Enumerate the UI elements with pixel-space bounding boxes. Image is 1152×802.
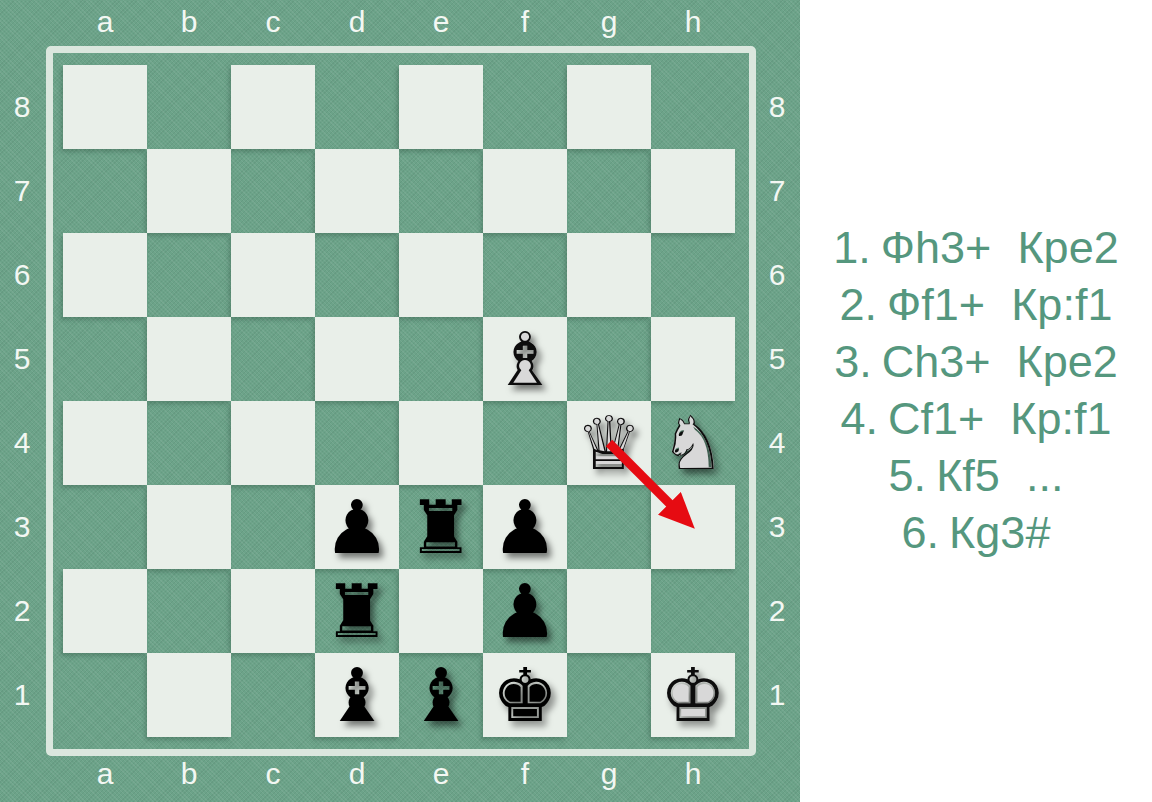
white-move: Кg3# bbox=[949, 507, 1050, 558]
square-h5[interactable] bbox=[651, 317, 735, 401]
square-a4[interactable] bbox=[63, 401, 147, 485]
square-c5[interactable] bbox=[231, 317, 315, 401]
white-knight-piece: ♞♘ bbox=[651, 401, 735, 485]
black-king-piece: ♚ bbox=[483, 653, 567, 737]
file-label-top-c: c bbox=[231, 2, 315, 42]
white-queen-piece: ♛♕ bbox=[567, 401, 651, 485]
rank-label-right-2: 2 bbox=[760, 569, 794, 653]
file-label-top-e: e bbox=[399, 2, 483, 42]
square-g1[interactable] bbox=[567, 653, 651, 737]
white-bishop-outline-glyph: ♗ bbox=[483, 317, 567, 401]
white-move: Сf1+ bbox=[888, 393, 984, 444]
square-f7[interactable] bbox=[483, 149, 567, 233]
square-b7[interactable] bbox=[147, 149, 231, 233]
square-c3[interactable] bbox=[231, 485, 315, 569]
black-pawn-glyph: ♟ bbox=[483, 485, 567, 569]
rank-labels-left: 87654321 bbox=[5, 65, 39, 737]
white-move: Кf5 bbox=[936, 450, 1000, 501]
file-label-top-a: a bbox=[63, 2, 147, 42]
square-b5[interactable] bbox=[147, 317, 231, 401]
black-bishop-glyph: ♝ bbox=[315, 653, 399, 737]
chess-board[interactable]: ♝♗♛♕♞♘♟♜♟♜♟♝♝♚♚♔ bbox=[63, 65, 735, 737]
square-b1[interactable] bbox=[147, 653, 231, 737]
square-e7[interactable] bbox=[399, 149, 483, 233]
move-number: 3. bbox=[834, 336, 872, 387]
black-pawn-piece: ♟ bbox=[483, 569, 567, 653]
file-label-top-b: b bbox=[147, 2, 231, 42]
black-rook-glyph: ♜ bbox=[399, 485, 483, 569]
file-label-bottom-e: e bbox=[399, 754, 483, 794]
black-bishop-piece: ♝ bbox=[399, 653, 483, 737]
black-pawn-glyph: ♟ bbox=[483, 569, 567, 653]
square-a8[interactable] bbox=[63, 65, 147, 149]
square-e6[interactable] bbox=[399, 233, 483, 317]
square-d3[interactable]: ♟ bbox=[315, 485, 399, 569]
square-a5[interactable] bbox=[63, 317, 147, 401]
square-c1[interactable] bbox=[231, 653, 315, 737]
square-d8[interactable] bbox=[315, 65, 399, 149]
black-pawn-piece: ♟ bbox=[483, 485, 567, 569]
black-pawn-piece: ♟ bbox=[315, 485, 399, 569]
square-c2[interactable] bbox=[231, 569, 315, 653]
rank-label-left-3: 3 bbox=[5, 485, 39, 569]
square-b8[interactable] bbox=[147, 65, 231, 149]
rank-label-left-4: 4 bbox=[5, 401, 39, 485]
square-f1[interactable]: ♚ bbox=[483, 653, 567, 737]
black-king-glyph: ♚ bbox=[483, 653, 567, 737]
rank-label-right-6: 6 bbox=[760, 233, 794, 317]
file-labels-bottom: abcdefgh bbox=[63, 754, 735, 794]
square-a3[interactable] bbox=[63, 485, 147, 569]
rank-label-left-6: 6 bbox=[5, 233, 39, 317]
square-a7[interactable] bbox=[63, 149, 147, 233]
file-label-bottom-c: c bbox=[231, 754, 315, 794]
solution-line-6: 6.Кg3# bbox=[800, 504, 1152, 561]
file-label-top-d: d bbox=[315, 2, 399, 42]
rank-label-right-1: 1 bbox=[760, 653, 794, 737]
square-h3[interactable] bbox=[651, 485, 735, 569]
square-b6[interactable] bbox=[147, 233, 231, 317]
square-g8[interactable] bbox=[567, 65, 651, 149]
square-e8[interactable] bbox=[399, 65, 483, 149]
square-b4[interactable] bbox=[147, 401, 231, 485]
rank-label-right-8: 8 bbox=[760, 65, 794, 149]
rank-label-left-7: 7 bbox=[5, 149, 39, 233]
black-reply: Кре2 bbox=[1017, 336, 1118, 387]
white-move: Сh3+ bbox=[882, 336, 991, 387]
black-rook-piece: ♜ bbox=[399, 485, 483, 569]
square-e2[interactable] bbox=[399, 569, 483, 653]
file-labels-top: abcdefgh bbox=[63, 2, 735, 42]
square-f5[interactable]: ♝♗ bbox=[483, 317, 567, 401]
file-label-bottom-h: h bbox=[651, 754, 735, 794]
solution-line-5: 5.Кf5... bbox=[800, 447, 1152, 504]
square-h4[interactable]: ♞♘ bbox=[651, 401, 735, 485]
square-g7[interactable] bbox=[567, 149, 651, 233]
square-e5[interactable] bbox=[399, 317, 483, 401]
file-label-top-f: f bbox=[483, 2, 567, 42]
square-g3[interactable] bbox=[567, 485, 651, 569]
square-a2[interactable] bbox=[63, 569, 147, 653]
black-pawn-glyph: ♟ bbox=[315, 485, 399, 569]
square-h1[interactable]: ♚♔ bbox=[651, 653, 735, 737]
black-reply: Кр:f1 bbox=[1011, 279, 1112, 330]
square-g2[interactable] bbox=[567, 569, 651, 653]
square-c8[interactable] bbox=[231, 65, 315, 149]
square-f6[interactable] bbox=[483, 233, 567, 317]
solution-line-2: 2.Фf1+Кр:f1 bbox=[800, 276, 1152, 333]
square-g4[interactable]: ♛♕ bbox=[567, 401, 651, 485]
square-f8[interactable] bbox=[483, 65, 567, 149]
chess-board-panel: abcdefgh abcdefgh 87654321 87654321 ♝♗♛♕… bbox=[0, 0, 800, 802]
rank-label-left-5: 5 bbox=[5, 317, 39, 401]
move-number: 1. bbox=[833, 222, 871, 273]
white-move: Фf1+ bbox=[887, 279, 985, 330]
rank-label-right-3: 3 bbox=[760, 485, 794, 569]
square-d6[interactable] bbox=[315, 233, 399, 317]
square-h7[interactable] bbox=[651, 149, 735, 233]
file-label-bottom-f: f bbox=[483, 754, 567, 794]
square-c7[interactable] bbox=[231, 149, 315, 233]
move-number: 6. bbox=[902, 507, 940, 558]
square-d7[interactable] bbox=[315, 149, 399, 233]
square-d2[interactable]: ♜ bbox=[315, 569, 399, 653]
solution-panel: 1.Фh3+Кре22.Фf1+Кр:f13.Сh3+Кре24.Сf1+Кр:… bbox=[800, 0, 1152, 802]
square-d5[interactable] bbox=[315, 317, 399, 401]
square-e4[interactable] bbox=[399, 401, 483, 485]
rank-label-left-1: 1 bbox=[5, 653, 39, 737]
solution-moves: 1.Фh3+Кре22.Фf1+Кр:f13.Сh3+Кре24.Сf1+Кр:… bbox=[800, 219, 1152, 561]
black-reply: ... bbox=[1026, 450, 1064, 501]
rank-label-right-4: 4 bbox=[760, 401, 794, 485]
black-bishop-glyph: ♝ bbox=[399, 653, 483, 737]
move-number: 4. bbox=[840, 393, 878, 444]
white-queen-outline-glyph: ♕ bbox=[567, 401, 651, 485]
black-bishop-piece: ♝ bbox=[315, 653, 399, 737]
white-bishop-piece: ♝♗ bbox=[483, 317, 567, 401]
square-a1[interactable] bbox=[63, 653, 147, 737]
black-reply: Кре2 bbox=[1017, 222, 1118, 273]
square-g5[interactable] bbox=[567, 317, 651, 401]
white-king-piece: ♚♔ bbox=[651, 653, 735, 737]
square-f4[interactable] bbox=[483, 401, 567, 485]
solution-line-1: 1.Фh3+Кре2 bbox=[800, 219, 1152, 276]
white-king-outline-glyph: ♔ bbox=[651, 653, 735, 737]
black-reply: Кр:f1 bbox=[1010, 393, 1111, 444]
black-rook-glyph: ♜ bbox=[315, 569, 399, 653]
square-e1[interactable]: ♝ bbox=[399, 653, 483, 737]
rank-label-left-2: 2 bbox=[5, 569, 39, 653]
file-label-bottom-a: a bbox=[63, 754, 147, 794]
file-label-top-h: h bbox=[651, 2, 735, 42]
square-e3[interactable]: ♜ bbox=[399, 485, 483, 569]
square-h2[interactable] bbox=[651, 569, 735, 653]
solution-line-4: 4.Сf1+Кр:f1 bbox=[800, 390, 1152, 447]
square-h8[interactable] bbox=[651, 65, 735, 149]
square-d1[interactable]: ♝ bbox=[315, 653, 399, 737]
square-d4[interactable] bbox=[315, 401, 399, 485]
file-label-bottom-d: d bbox=[315, 754, 399, 794]
rank-label-left-8: 8 bbox=[5, 65, 39, 149]
file-label-bottom-g: g bbox=[567, 754, 651, 794]
square-b3[interactable] bbox=[147, 485, 231, 569]
move-number: 5. bbox=[889, 450, 927, 501]
square-g6[interactable] bbox=[567, 233, 651, 317]
square-c4[interactable] bbox=[231, 401, 315, 485]
rank-label-right-5: 5 bbox=[760, 317, 794, 401]
file-label-top-g: g bbox=[567, 2, 651, 42]
square-f3[interactable]: ♟ bbox=[483, 485, 567, 569]
rank-labels-right: 87654321 bbox=[760, 65, 794, 737]
square-f2[interactable]: ♟ bbox=[483, 569, 567, 653]
rank-label-right-7: 7 bbox=[760, 149, 794, 233]
black-rook-piece: ♜ bbox=[315, 569, 399, 653]
file-label-bottom-b: b bbox=[147, 754, 231, 794]
white-move: Фh3+ bbox=[881, 222, 992, 273]
move-number: 2. bbox=[840, 279, 878, 330]
square-h6[interactable] bbox=[651, 233, 735, 317]
solution-line-3: 3.Сh3+Кре2 bbox=[800, 333, 1152, 390]
square-b2[interactable] bbox=[147, 569, 231, 653]
square-c6[interactable] bbox=[231, 233, 315, 317]
page: abcdefgh abcdefgh 87654321 87654321 ♝♗♛♕… bbox=[0, 0, 1152, 802]
white-knight-outline-glyph: ♘ bbox=[651, 401, 735, 485]
square-a6[interactable] bbox=[63, 233, 147, 317]
